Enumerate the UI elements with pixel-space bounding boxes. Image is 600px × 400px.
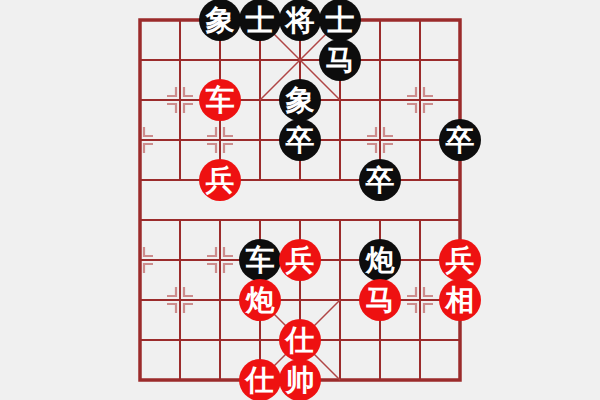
board-point-f7-r5[interactable] bbox=[400, 200, 440, 240]
board-point-f6-r6[interactable]: 炮 bbox=[360, 240, 400, 280]
board-point-f0-r1[interactable] bbox=[120, 40, 160, 80]
board-point-f0-r3[interactable] bbox=[120, 120, 160, 160]
piece-black-elephant[interactable]: 象 bbox=[199, 0, 241, 41]
board-point-f0-r8[interactable] bbox=[120, 320, 160, 360]
board-point-f7-r6[interactable] bbox=[400, 240, 440, 280]
board-point-f3-r1[interactable] bbox=[240, 40, 280, 80]
board-point-f3-r3[interactable] bbox=[240, 120, 280, 160]
board-point-f2-r1[interactable] bbox=[200, 40, 240, 80]
piece-black-soldier[interactable]: 卒 bbox=[439, 119, 481, 161]
board-point-f2-r7[interactable] bbox=[200, 280, 240, 320]
board-point-f0-r7[interactable] bbox=[120, 280, 160, 320]
board-point-f3-r4[interactable] bbox=[240, 160, 280, 200]
board-point-f6-r2[interactable] bbox=[360, 80, 400, 120]
board-point-f2-r6[interactable] bbox=[200, 240, 240, 280]
piece-red-soldier[interactable]: 兵 bbox=[199, 159, 241, 201]
board-point-f6-r4[interactable]: 卒 bbox=[360, 160, 400, 200]
xiangqi-app: 象士将士马车象卒卒兵卒车兵炮兵炮马相仕仕帅 bbox=[0, 0, 600, 400]
board-point-f3-r7[interactable]: 炮 bbox=[240, 280, 280, 320]
board-point-f3-r5[interactable] bbox=[240, 200, 280, 240]
board-point-f0-r9[interactable] bbox=[120, 360, 160, 400]
board-point-f0-r2[interactable] bbox=[120, 80, 160, 120]
board-point-f8-r5[interactable] bbox=[440, 200, 480, 240]
board-point-f0-r4[interactable] bbox=[120, 160, 160, 200]
board-point-f1-r0[interactable] bbox=[160, 0, 200, 40]
board-point-f3-r8[interactable] bbox=[240, 320, 280, 360]
board-point-f8-r8[interactable] bbox=[440, 320, 480, 360]
board-point-f6-r7[interactable]: 马 bbox=[360, 280, 400, 320]
board-point-f0-r5[interactable] bbox=[120, 200, 160, 240]
board-point-f0-r0[interactable] bbox=[120, 0, 160, 40]
board-point-f3-r2[interactable] bbox=[240, 80, 280, 120]
piece-red-cannon[interactable]: 炮 bbox=[239, 279, 281, 321]
piece-red-advisor[interactable]: 仕 bbox=[279, 319, 321, 361]
board-point-f5-r8[interactable] bbox=[320, 320, 360, 360]
piece-black-advisor[interactable]: 士 bbox=[239, 0, 281, 41]
board-point-f6-r1[interactable] bbox=[360, 40, 400, 80]
board-point-f7-r2[interactable] bbox=[400, 80, 440, 120]
board-point-f1-r1[interactable] bbox=[160, 40, 200, 80]
board-point-f7-r8[interactable] bbox=[400, 320, 440, 360]
piece-black-advisor[interactable]: 士 bbox=[319, 0, 361, 41]
board-point-f2-r2[interactable]: 车 bbox=[200, 80, 240, 120]
piece-red-advisor[interactable]: 仕 bbox=[239, 359, 281, 400]
board-point-f5-r6[interactable] bbox=[320, 240, 360, 280]
board-point-f4-r3[interactable]: 卒 bbox=[280, 120, 320, 160]
board-point-f7-r4[interactable] bbox=[400, 160, 440, 200]
board-point-f8-r7[interactable]: 相 bbox=[440, 280, 480, 320]
board-point-f2-r0[interactable]: 象 bbox=[200, 0, 240, 40]
board-point-f1-r2[interactable] bbox=[160, 80, 200, 120]
board-point-f5-r1[interactable]: 马 bbox=[320, 40, 360, 80]
board-point-f2-r8[interactable] bbox=[200, 320, 240, 360]
board-point-f2-r5[interactable] bbox=[200, 200, 240, 240]
board-point-f7-r3[interactable] bbox=[400, 120, 440, 160]
board-point-f2-r3[interactable] bbox=[200, 120, 240, 160]
board-point-f2-r4[interactable]: 兵 bbox=[200, 160, 240, 200]
board-point-f5-r3[interactable] bbox=[320, 120, 360, 160]
board-point-f3-r0[interactable]: 士 bbox=[240, 0, 280, 40]
piece-black-cannon[interactable]: 炮 bbox=[359, 239, 401, 281]
board-point-f6-r8[interactable] bbox=[360, 320, 400, 360]
piece-red-soldier[interactable]: 兵 bbox=[279, 239, 321, 281]
board-point-f2-r9[interactable] bbox=[200, 360, 240, 400]
piece-black-soldier[interactable]: 卒 bbox=[279, 119, 321, 161]
board-point-f8-r2[interactable] bbox=[440, 80, 480, 120]
board-point-f1-r9[interactable] bbox=[160, 360, 200, 400]
piece-red-elephant[interactable]: 相 bbox=[439, 279, 481, 321]
board-point-f6-r5[interactable] bbox=[360, 200, 400, 240]
board-point-f8-r1[interactable] bbox=[440, 40, 480, 80]
board-point-f0-r6[interactable] bbox=[120, 240, 160, 280]
board-point-f5-r7[interactable] bbox=[320, 280, 360, 320]
piece-red-chariot[interactable]: 车 bbox=[199, 79, 241, 121]
board-grid: 象士将士马车象卒卒兵卒车兵炮兵炮马相仕仕帅 bbox=[120, 0, 480, 400]
piece-red-general[interactable]: 帅 bbox=[279, 359, 321, 400]
board-point-f7-r1[interactable] bbox=[400, 40, 440, 80]
board-point-f6-r9[interactable] bbox=[360, 360, 400, 400]
board-point-f6-r0[interactable] bbox=[360, 0, 400, 40]
board-point-f8-r4[interactable] bbox=[440, 160, 480, 200]
board-point-f1-r5[interactable] bbox=[160, 200, 200, 240]
board-point-f1-r3[interactable] bbox=[160, 120, 200, 160]
board-point-f5-r9[interactable] bbox=[320, 360, 360, 400]
board-point-f7-r0[interactable] bbox=[400, 0, 440, 40]
board-point-f4-r6[interactable]: 兵 bbox=[280, 240, 320, 280]
board-point-f4-r2[interactable]: 象 bbox=[280, 80, 320, 120]
board-point-f4-r7[interactable] bbox=[280, 280, 320, 320]
board-point-f1-r4[interactable] bbox=[160, 160, 200, 200]
piece-black-chariot[interactable]: 车 bbox=[239, 239, 281, 281]
piece-black-general[interactable]: 将 bbox=[279, 0, 321, 41]
piece-black-elephant[interactable]: 象 bbox=[279, 79, 321, 121]
board-point-f4-r1[interactable] bbox=[280, 40, 320, 80]
board-point-f7-r9[interactable] bbox=[400, 360, 440, 400]
piece-red-soldier[interactable]: 兵 bbox=[439, 239, 481, 281]
board-point-f5-r5[interactable] bbox=[320, 200, 360, 240]
board-point-f8-r6[interactable]: 兵 bbox=[440, 240, 480, 280]
piece-black-horse[interactable]: 马 bbox=[319, 39, 361, 81]
board-point-f5-r0[interactable]: 士 bbox=[320, 0, 360, 40]
board-point-f1-r8[interactable] bbox=[160, 320, 200, 360]
board-point-f4-r8[interactable]: 仕 bbox=[280, 320, 320, 360]
board-point-f3-r6[interactable]: 车 bbox=[240, 240, 280, 280]
board-point-f8-r3[interactable]: 卒 bbox=[440, 120, 480, 160]
board-point-f4-r4[interactable] bbox=[280, 160, 320, 200]
board-point-f5-r4[interactable] bbox=[320, 160, 360, 200]
board-point-f1-r7[interactable] bbox=[160, 280, 200, 320]
board-point-f7-r7[interactable] bbox=[400, 280, 440, 320]
piece-red-horse[interactable]: 马 bbox=[359, 279, 401, 321]
board-point-f1-r6[interactable] bbox=[160, 240, 200, 280]
board-point-f3-r9[interactable]: 仕 bbox=[240, 360, 280, 400]
board-point-f8-r0[interactable] bbox=[440, 0, 480, 40]
board-point-f4-r5[interactable] bbox=[280, 200, 320, 240]
board-point-f8-r9[interactable] bbox=[440, 360, 480, 400]
board-point-f5-r2[interactable] bbox=[320, 80, 360, 120]
board-point-f6-r3[interactable] bbox=[360, 120, 400, 160]
board-point-f4-r9[interactable]: 帅 bbox=[280, 360, 320, 400]
piece-black-soldier[interactable]: 卒 bbox=[359, 159, 401, 201]
board-point-f4-r0[interactable]: 将 bbox=[280, 0, 320, 40]
